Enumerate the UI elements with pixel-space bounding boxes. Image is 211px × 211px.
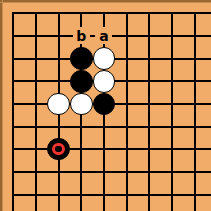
intersection xyxy=(25,160,48,183)
intersection xyxy=(25,70,48,93)
intersection xyxy=(2,47,25,70)
intersection xyxy=(183,2,206,25)
intersection xyxy=(47,183,70,206)
intersection xyxy=(2,115,25,138)
intersection xyxy=(115,47,138,70)
intersection xyxy=(70,183,93,206)
intersection xyxy=(25,47,48,70)
board-frame-highlight-top xyxy=(0,2,211,3)
intersection xyxy=(2,93,25,116)
intersection xyxy=(93,2,116,25)
intersection xyxy=(25,138,48,161)
intersection xyxy=(138,183,161,206)
intersection xyxy=(93,115,116,138)
intersection xyxy=(138,25,161,48)
intersection xyxy=(93,70,116,93)
intersection xyxy=(183,70,206,93)
go-board-diagram: ba xyxy=(0,0,211,211)
intersection xyxy=(183,138,206,161)
intersection xyxy=(183,47,206,70)
intersection xyxy=(160,138,183,161)
intersection xyxy=(160,25,183,48)
intersection xyxy=(160,93,183,116)
intersection: b xyxy=(70,25,93,48)
intersection xyxy=(70,70,93,93)
intersection xyxy=(47,138,70,161)
intersection xyxy=(138,160,161,183)
intersection xyxy=(93,47,116,70)
intersection xyxy=(138,93,161,116)
intersection xyxy=(25,183,48,206)
circle-marker-icon xyxy=(52,143,65,156)
intersection xyxy=(138,2,161,25)
intersection xyxy=(93,160,116,183)
white-stone xyxy=(70,93,93,116)
intersection xyxy=(160,160,183,183)
intersection xyxy=(183,115,206,138)
intersection xyxy=(115,70,138,93)
point-label-a: a xyxy=(95,27,112,44)
intersection xyxy=(2,138,25,161)
intersection xyxy=(70,138,93,161)
intersection xyxy=(2,2,25,25)
intersection xyxy=(138,47,161,70)
marked-black-stone xyxy=(47,138,70,161)
intersection xyxy=(2,183,25,206)
intersection xyxy=(47,70,70,93)
intersection xyxy=(160,115,183,138)
intersection xyxy=(47,93,70,116)
intersection xyxy=(25,93,48,116)
board-frame-highlight-left xyxy=(2,0,3,211)
intersection xyxy=(47,47,70,70)
intersection xyxy=(160,2,183,25)
white-stone xyxy=(47,93,70,116)
intersection xyxy=(25,115,48,138)
intersection xyxy=(183,25,206,48)
white-stone xyxy=(93,47,116,70)
black-stone xyxy=(70,70,93,93)
intersection xyxy=(93,183,116,206)
intersection xyxy=(70,47,93,70)
intersection xyxy=(47,115,70,138)
intersection xyxy=(47,25,70,48)
go-board-grid: ba xyxy=(2,2,206,206)
intersection xyxy=(160,47,183,70)
intersection: a xyxy=(93,25,116,48)
intersection xyxy=(160,183,183,206)
intersection xyxy=(70,115,93,138)
intersection xyxy=(70,2,93,25)
intersection xyxy=(115,160,138,183)
intersection xyxy=(138,70,161,93)
intersection xyxy=(93,93,116,116)
intersection xyxy=(25,2,48,25)
intersection xyxy=(25,25,48,48)
intersection xyxy=(183,183,206,206)
intersection xyxy=(138,115,161,138)
intersection xyxy=(2,25,25,48)
intersection xyxy=(93,138,116,161)
black-stone xyxy=(93,93,116,116)
intersection xyxy=(70,160,93,183)
intersection xyxy=(183,160,206,183)
intersection xyxy=(2,160,25,183)
black-stone xyxy=(70,47,93,70)
intersection xyxy=(2,70,25,93)
intersection xyxy=(160,70,183,93)
intersection xyxy=(115,93,138,116)
point-label-b: b xyxy=(73,27,90,44)
intersection xyxy=(138,138,161,161)
intersection xyxy=(47,160,70,183)
intersection xyxy=(115,183,138,206)
intersection xyxy=(183,93,206,116)
intersection xyxy=(115,2,138,25)
intersection xyxy=(115,138,138,161)
intersection xyxy=(115,25,138,48)
intersection xyxy=(47,2,70,25)
white-stone xyxy=(93,70,116,93)
intersection xyxy=(115,115,138,138)
intersection xyxy=(70,93,93,116)
